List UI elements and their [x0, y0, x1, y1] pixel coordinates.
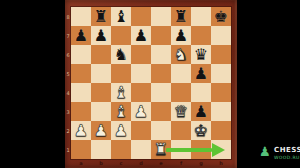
square-h6[interactable]	[211, 45, 231, 64]
rank-label-2: 2	[66, 128, 71, 134]
square-c3[interactable]: ♝	[111, 102, 131, 121]
rank-label-3: 3	[66, 109, 71, 115]
piece-black-pawn[interactable]: ♟	[191, 102, 211, 121]
piece-white-pawn[interactable]: ♟	[131, 102, 151, 121]
rank-label-5: 5	[66, 71, 71, 77]
square-g2[interactable]: ♚	[191, 121, 211, 140]
square-b4[interactable]	[91, 83, 111, 102]
square-f5[interactable]	[171, 64, 191, 83]
square-d2[interactable]	[131, 121, 151, 140]
square-f3[interactable]: ♛	[171, 102, 191, 121]
square-a7[interactable]: ♟	[71, 26, 91, 45]
square-g5[interactable]: ♟	[191, 64, 211, 83]
square-c7[interactable]	[111, 26, 131, 45]
square-b3[interactable]	[91, 102, 111, 121]
square-f4[interactable]	[171, 83, 191, 102]
square-d8[interactable]	[131, 7, 151, 26]
square-b7[interactable]: ♟	[91, 26, 111, 45]
square-g4[interactable]	[191, 83, 211, 102]
square-a4[interactable]	[71, 83, 91, 102]
square-g6[interactable]: ♛	[191, 45, 211, 64]
square-e3[interactable]	[151, 102, 171, 121]
rank-label-6: 6	[66, 52, 71, 58]
rank-label-1: 1	[66, 147, 71, 153]
piece-black-king[interactable]: ♚	[211, 7, 231, 26]
piece-black-pawn[interactable]: ♟	[91, 26, 111, 45]
square-b1[interactable]	[91, 140, 111, 159]
file-label-d: d	[138, 160, 144, 166]
piece-black-pawn[interactable]: ♟	[131, 26, 151, 45]
square-g3[interactable]: ♟	[191, 102, 211, 121]
file-label-h: h	[218, 160, 224, 166]
file-label-b: b	[98, 160, 104, 166]
piece-black-knight[interactable]: ♞	[111, 45, 131, 64]
square-c6[interactable]: ♞	[111, 45, 131, 64]
piece-black-pawn[interactable]: ♟	[191, 64, 211, 83]
square-a1[interactable]	[71, 140, 91, 159]
rank-label-7: 7	[66, 33, 71, 39]
piece-black-pawn[interactable]: ♟	[71, 26, 91, 45]
square-a8[interactable]	[71, 7, 91, 26]
square-c1[interactable]	[111, 140, 131, 159]
piece-white-bishop[interactable]: ♝	[111, 83, 131, 102]
piece-white-pawn[interactable]: ♟	[111, 121, 131, 140]
square-b6[interactable]	[91, 45, 111, 64]
square-e8[interactable]	[151, 7, 171, 26]
square-c8[interactable]: ♝	[111, 7, 131, 26]
square-f6[interactable]: ♞	[171, 45, 191, 64]
square-e4[interactable]	[151, 83, 171, 102]
square-f8[interactable]: ♜	[171, 7, 191, 26]
square-f2[interactable]	[171, 121, 191, 140]
square-c4[interactable]: ♝	[111, 83, 131, 102]
square-c2[interactable]: ♟	[111, 121, 131, 140]
logo-text-line2: WOOD.RU	[274, 155, 300, 160]
file-label-a: a	[78, 160, 84, 166]
piece-white-king[interactable]: ♚	[191, 121, 211, 140]
file-label-c: c	[118, 160, 124, 166]
file-label-e: e	[158, 160, 164, 166]
square-e6[interactable]	[151, 45, 171, 64]
piece-white-queen[interactable]: ♛	[171, 102, 191, 121]
file-label-f: f	[178, 160, 184, 166]
square-d4[interactable]	[131, 83, 151, 102]
rank-label-4: 4	[66, 90, 71, 96]
logo: ♟ CHESS WOOD.RU	[259, 144, 299, 164]
square-h2[interactable]	[211, 121, 231, 140]
file-label-g: g	[198, 160, 204, 166]
square-g7[interactable]	[191, 26, 211, 45]
square-a5[interactable]	[71, 64, 91, 83]
square-d5[interactable]	[131, 64, 151, 83]
move-arrow-shaft	[166, 148, 212, 152]
square-g8[interactable]	[191, 7, 211, 26]
logo-text-line1: CHESS	[274, 146, 300, 154]
square-a6[interactable]	[71, 45, 91, 64]
square-e7[interactable]	[151, 26, 171, 45]
pawn-icon: ♟	[259, 145, 271, 159]
square-d6[interactable]	[131, 45, 151, 64]
rank-label-8: 8	[66, 14, 71, 20]
piece-black-rook[interactable]: ♜	[91, 7, 111, 26]
square-h5[interactable]	[211, 64, 231, 83]
square-a2[interactable]: ♟	[71, 121, 91, 140]
square-h8[interactable]: ♚	[211, 7, 231, 26]
piece-white-knight[interactable]: ♞	[171, 45, 191, 64]
square-e5[interactable]	[151, 64, 171, 83]
chess-board: ♜♝♜♚♟♟♟♟♞♞♛♟♝♝♟♛♟♟♟♟♚♜	[71, 7, 231, 159]
square-f7[interactable]: ♟	[171, 26, 191, 45]
square-b5[interactable]	[91, 64, 111, 83]
piece-white-bishop[interactable]: ♝	[111, 102, 131, 121]
square-d1[interactable]	[131, 140, 151, 159]
square-h7[interactable]	[211, 26, 231, 45]
piece-black-queen[interactable]: ♛	[191, 45, 211, 64]
square-e2[interactable]	[151, 121, 171, 140]
square-b8[interactable]: ♜	[91, 7, 111, 26]
square-b2[interactable]: ♟	[91, 121, 111, 140]
piece-black-rook[interactable]: ♜	[171, 7, 191, 26]
piece-white-pawn[interactable]: ♟	[91, 121, 111, 140]
square-h3[interactable]	[211, 102, 231, 121]
piece-white-pawn[interactable]: ♟	[71, 121, 91, 140]
square-c5[interactable]	[111, 64, 131, 83]
piece-black-bishop[interactable]: ♝	[111, 7, 131, 26]
square-a3[interactable]	[71, 102, 91, 121]
move-arrow-head-icon	[212, 143, 225, 157]
square-d7[interactable]: ♟	[131, 26, 151, 45]
square-d3[interactable]: ♟	[131, 102, 151, 121]
square-h4[interactable]	[211, 83, 231, 102]
piece-black-pawn[interactable]: ♟	[171, 26, 191, 45]
